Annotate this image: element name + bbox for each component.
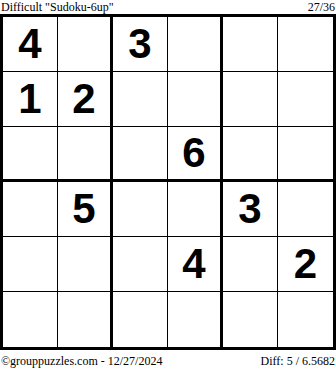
- board: 431265342: [0, 14, 336, 350]
- cell-r2c5-empty[interactable]: [223, 72, 278, 127]
- cell-r6c5-empty[interactable]: [223, 292, 278, 347]
- puzzle-footer: ©grouppuzzles.com - 12/27/2024 Diff: 5 /…: [0, 350, 336, 370]
- cell-r4c1-empty[interactable]: [3, 182, 58, 237]
- cell-r3c5-empty[interactable]: [223, 127, 278, 182]
- cell-r1c3-given[interactable]: 3: [113, 17, 168, 72]
- puzzle-title: Difficult "Sudoku-6up": [1, 1, 114, 14]
- cell-r2c1-given[interactable]: 1: [3, 72, 58, 127]
- cell-r3c6-empty[interactable]: [278, 127, 333, 182]
- puzzle-header: Difficult "Sudoku-6up" 27/36: [0, 0, 336, 14]
- cell-r5c3-empty[interactable]: [113, 237, 168, 292]
- cell-r1c6-empty[interactable]: [278, 17, 333, 72]
- cell-r2c6-empty[interactable]: [278, 72, 333, 127]
- empty-cell-counter: 27/36: [308, 1, 335, 14]
- cell-r5c1-empty[interactable]: [3, 237, 58, 292]
- cell-r3c4-given[interactable]: 6: [168, 127, 223, 182]
- cell-r4c5-given[interactable]: 3: [223, 182, 278, 237]
- cell-r4c6-empty[interactable]: [278, 182, 333, 237]
- cell-r4c2-given[interactable]: 5: [58, 182, 113, 237]
- cell-r3c1-empty[interactable]: [3, 127, 58, 182]
- cell-r5c5-empty[interactable]: [223, 237, 278, 292]
- cell-r1c5-empty[interactable]: [223, 17, 278, 72]
- cell-r3c3-empty[interactable]: [113, 127, 168, 182]
- cell-r5c6-given[interactable]: 2: [278, 237, 333, 292]
- cell-r5c4-given[interactable]: 4: [168, 237, 223, 292]
- cell-r2c2-given[interactable]: 2: [58, 72, 113, 127]
- cell-r3c2-empty[interactable]: [58, 127, 113, 182]
- cell-r6c6-empty[interactable]: [278, 292, 333, 347]
- cell-r5c2-empty[interactable]: [58, 237, 113, 292]
- cell-r1c2-empty[interactable]: [58, 17, 113, 72]
- cell-r6c3-empty[interactable]: [113, 292, 168, 347]
- cell-r4c4-empty[interactable]: [168, 182, 223, 237]
- difficulty-text: Diff: 5 / 6.5682: [261, 354, 335, 369]
- puzzle-page: Difficult "Sudoku-6up" 27/36 431265342 ©…: [0, 0, 336, 370]
- cell-r2c4-empty[interactable]: [168, 72, 223, 127]
- cell-r2c3-empty[interactable]: [113, 72, 168, 127]
- cell-r6c2-empty[interactable]: [58, 292, 113, 347]
- cell-r6c4-empty[interactable]: [168, 292, 223, 347]
- cell-r1c1-given[interactable]: 4: [3, 17, 58, 72]
- cell-r6c1-empty[interactable]: [3, 292, 58, 347]
- cell-r1c4-empty[interactable]: [168, 17, 223, 72]
- cell-r4c3-empty[interactable]: [113, 182, 168, 237]
- copyright-text: ©grouppuzzles.com - 12/27/2024: [1, 354, 162, 369]
